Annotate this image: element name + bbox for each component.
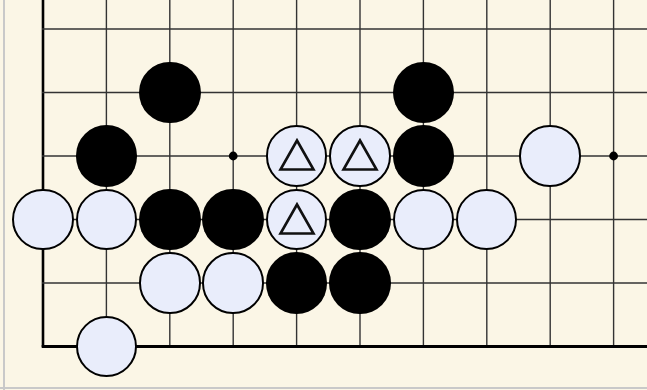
go-diagram (0, 0, 647, 390)
intersection-r2c3[interactable] (201, 124, 264, 188)
go-board (11, 0, 645, 378)
white-stone (456, 189, 518, 251)
white-stone (12, 189, 74, 251)
white-stone (76, 189, 138, 251)
intersection-r3c7[interactable] (455, 188, 518, 252)
black-stone (202, 189, 264, 251)
black-stone (139, 189, 201, 251)
intersection-r5c1[interactable] (75, 315, 138, 379)
intersection-r2c9[interactable] (582, 124, 645, 188)
intersection-r3c8[interactable] (518, 188, 581, 252)
intersection-r3c1[interactable] (75, 188, 138, 252)
intersection-r3c3[interactable] (201, 188, 264, 252)
intersection-r2c5[interactable] (328, 124, 391, 188)
intersection-r5c0[interactable] (11, 315, 74, 379)
intersection-r0c0[interactable] (11, 0, 74, 61)
intersection-r2c1[interactable] (75, 124, 138, 188)
intersection-r5c4[interactable] (265, 315, 328, 379)
intersection-r2c6[interactable] (392, 124, 455, 188)
white-stone-triangle-marked (329, 125, 391, 187)
intersection-r0c4[interactable] (265, 0, 328, 61)
intersection-r0c8[interactable] (518, 0, 581, 61)
intersection-r0c2[interactable] (138, 0, 201, 61)
intersection-r5c9[interactable] (582, 315, 645, 379)
intersection-r4c7[interactable] (455, 251, 518, 315)
intersection-r5c8[interactable] (518, 315, 581, 379)
intersection-r3c9[interactable] (582, 188, 645, 252)
intersection-r0c1[interactable] (75, 0, 138, 61)
intersection-r5c5[interactable] (328, 315, 391, 379)
intersection-r1c0[interactable] (11, 61, 74, 125)
intersection-r1c2[interactable] (138, 61, 201, 125)
black-stone (139, 62, 201, 124)
white-stone (139, 252, 201, 314)
intersection-r3c5[interactable] (328, 188, 391, 252)
intersection-r1c6[interactable] (392, 61, 455, 125)
intersection-r1c9[interactable] (582, 61, 645, 125)
intersection-r1c3[interactable] (201, 61, 264, 125)
white-stone-triangle-marked (266, 125, 328, 187)
intersection-r3c4[interactable] (265, 188, 328, 252)
intersection-r1c7[interactable] (455, 61, 518, 125)
intersection-r4c4[interactable] (265, 251, 328, 315)
intersection-r0c6[interactable] (392, 0, 455, 61)
intersection-r4c2[interactable] (138, 251, 201, 315)
black-stone (329, 252, 391, 314)
intersection-r1c8[interactable] (518, 61, 581, 125)
intersection-r4c0[interactable] (11, 251, 74, 315)
black-stone (266, 252, 328, 314)
intersection-r5c3[interactable] (201, 315, 264, 379)
white-stone-triangle-marked (266, 189, 328, 251)
intersection-r5c7[interactable] (455, 315, 518, 379)
black-stone (76, 125, 138, 187)
intersection-r4c6[interactable] (392, 251, 455, 315)
intersection-r0c9[interactable] (582, 0, 645, 61)
white-stone (202, 252, 264, 314)
intersection-r2c7[interactable] (455, 124, 518, 188)
intersection-r5c6[interactable] (392, 315, 455, 379)
intersection-r4c8[interactable] (518, 251, 581, 315)
intersection-r2c2[interactable] (138, 124, 201, 188)
intersection-r2c4[interactable] (265, 124, 328, 188)
window-border-left (3, 0, 5, 390)
intersection-r1c4[interactable] (265, 61, 328, 125)
intersection-r4c9[interactable] (582, 251, 645, 315)
intersection-r1c1[interactable] (75, 61, 138, 125)
intersection-r1c5[interactable] (328, 61, 391, 125)
white-stone (519, 125, 581, 187)
intersection-r3c6[interactable] (392, 188, 455, 252)
intersection-r0c7[interactable] (455, 0, 518, 61)
intersection-r4c3[interactable] (201, 251, 264, 315)
black-stone (393, 125, 455, 187)
intersection-r3c2[interactable] (138, 188, 201, 252)
intersection-r2c8[interactable] (518, 124, 581, 188)
window-border-bottom (0, 387, 647, 389)
intersection-r0c5[interactable] (328, 0, 391, 61)
white-stone (76, 316, 138, 378)
black-stone (393, 62, 455, 124)
intersection-r3c0[interactable] (11, 188, 74, 252)
intersection-r0c3[interactable] (201, 0, 264, 61)
intersection-r5c2[interactable] (138, 315, 201, 379)
intersection-r4c1[interactable] (75, 251, 138, 315)
intersection-r2c0[interactable] (11, 124, 74, 188)
white-stone (393, 189, 455, 251)
black-stone (329, 189, 391, 251)
intersection-r4c5[interactable] (328, 251, 391, 315)
